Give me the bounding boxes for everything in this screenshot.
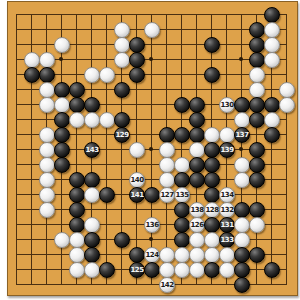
black-stone[interactable] — [264, 262, 280, 278]
white-stone[interactable] — [144, 22, 160, 38]
black-stone[interactable] — [129, 37, 145, 53]
black-stone[interactable] — [54, 82, 70, 98]
black-stone[interactable] — [39, 67, 55, 83]
move-number-label: 136 — [145, 222, 158, 229]
move-number-label: 131 — [220, 222, 233, 229]
move-130-stone[interactable]: 130 — [219, 97, 235, 113]
white-stone[interactable] — [264, 22, 280, 38]
black-stone[interactable] — [249, 52, 265, 68]
move-number-label: 129 — [115, 132, 128, 139]
white-stone[interactable] — [39, 52, 55, 68]
move-140-stone[interactable]: 140 — [129, 172, 145, 188]
white-stone[interactable] — [54, 97, 70, 113]
black-stone[interactable] — [264, 97, 280, 113]
hoshi-point — [149, 57, 153, 61]
white-stone[interactable] — [54, 232, 70, 248]
black-stone[interactable] — [234, 277, 250, 293]
white-stone[interactable] — [39, 82, 55, 98]
white-stone[interactable] — [279, 82, 295, 98]
white-stone[interactable] — [264, 52, 280, 68]
black-stone[interactable] — [249, 142, 265, 158]
black-stone[interactable] — [234, 202, 250, 218]
black-stone[interactable] — [84, 232, 100, 248]
black-stone[interactable] — [69, 172, 85, 188]
white-stone[interactable] — [39, 202, 55, 218]
black-stone[interactable] — [189, 172, 205, 188]
white-stone[interactable] — [24, 52, 40, 68]
white-stone[interactable] — [219, 247, 235, 263]
black-stone[interactable] — [204, 37, 220, 53]
black-stone[interactable] — [174, 172, 190, 188]
white-stone[interactable] — [84, 217, 100, 233]
white-stone[interactable] — [39, 142, 55, 158]
white-stone[interactable] — [114, 52, 130, 68]
white-stone[interactable] — [264, 112, 280, 128]
black-stone[interactable] — [54, 127, 70, 143]
white-stone[interactable] — [264, 37, 280, 53]
black-stone[interactable] — [174, 202, 190, 218]
black-stone[interactable] — [144, 262, 160, 278]
white-stone[interactable] — [189, 142, 205, 158]
hoshi-point — [239, 57, 243, 61]
black-stone[interactable] — [204, 262, 220, 278]
black-stone[interactable] — [204, 172, 220, 188]
move-number-label: 139 — [220, 147, 233, 154]
black-stone[interactable] — [69, 82, 85, 98]
white-stone[interactable] — [279, 97, 295, 113]
white-stone[interactable] — [84, 187, 100, 203]
black-stone[interactable] — [69, 202, 85, 218]
move-134-stone[interactable]: 134 — [219, 187, 235, 203]
black-stone[interactable] — [174, 127, 190, 143]
white-stone[interactable] — [204, 247, 220, 263]
white-stone[interactable] — [174, 262, 190, 278]
black-stone[interactable] — [174, 97, 190, 113]
white-stone[interactable] — [39, 97, 55, 113]
black-stone[interactable] — [114, 232, 130, 248]
move-132-stone[interactable]: 132 — [219, 202, 235, 218]
black-stone[interactable] — [189, 127, 205, 143]
white-stone[interactable] — [39, 172, 55, 188]
white-stone[interactable] — [189, 232, 205, 248]
move-137-stone[interactable]: 137 — [234, 127, 250, 143]
white-stone[interactable] — [234, 232, 250, 248]
black-stone[interactable] — [174, 217, 190, 233]
grid-line-v — [286, 14, 287, 285]
black-stone[interactable] — [159, 127, 175, 143]
black-stone[interactable] — [84, 172, 100, 188]
white-stone[interactable] — [99, 67, 115, 83]
black-stone[interactable] — [249, 37, 265, 53]
black-stone[interactable] — [114, 82, 130, 98]
black-stone[interactable] — [54, 142, 70, 158]
move-139-stone[interactable]: 139 — [219, 142, 235, 158]
white-stone[interactable] — [69, 232, 85, 248]
move-142-stone[interactable]: 142 — [159, 277, 175, 293]
black-stone[interactable] — [54, 112, 70, 128]
white-stone[interactable] — [234, 112, 250, 128]
black-stone[interactable] — [234, 262, 250, 278]
black-stone[interactable] — [129, 52, 145, 68]
black-stone[interactable] — [144, 187, 160, 203]
move-number-label: 132 — [220, 207, 233, 214]
white-stone[interactable] — [39, 127, 55, 143]
move-number-label: 137 — [235, 132, 248, 139]
black-stone[interactable] — [249, 172, 265, 188]
move-number-label: 126 — [190, 222, 203, 229]
white-stone[interactable] — [249, 217, 265, 233]
black-stone[interactable] — [99, 262, 115, 278]
black-stone[interactable] — [249, 202, 265, 218]
white-stone[interactable] — [189, 262, 205, 278]
black-stone[interactable] — [249, 22, 265, 38]
black-stone[interactable] — [249, 247, 265, 263]
white-stone[interactable] — [54, 37, 70, 53]
hoshi-point — [149, 237, 153, 241]
move-number-label: 143 — [85, 147, 98, 154]
white-stone[interactable] — [69, 112, 85, 128]
black-stone[interactable] — [69, 187, 85, 203]
white-stone[interactable] — [159, 142, 175, 158]
black-stone[interactable] — [84, 97, 100, 113]
white-stone[interactable] — [189, 247, 205, 263]
black-stone[interactable] — [249, 97, 265, 113]
go-board[interactable]: 1301291371431391401411271351341381281321… — [7, 1, 298, 296]
black-stone[interactable] — [84, 247, 100, 263]
black-stone[interactable] — [99, 187, 115, 203]
white-stone[interactable] — [234, 157, 250, 173]
white-stone[interactable] — [69, 262, 85, 278]
white-stone[interactable] — [84, 262, 100, 278]
white-stone[interactable] — [174, 247, 190, 263]
move-number-label: 140 — [130, 177, 143, 184]
move-133-stone[interactable]: 133 — [219, 232, 235, 248]
move-number-label: 141 — [130, 192, 143, 199]
move-138-stone[interactable]: 138 — [189, 202, 205, 218]
black-stone[interactable] — [129, 67, 145, 83]
white-stone[interactable] — [39, 187, 55, 203]
white-stone[interactable] — [249, 82, 265, 98]
white-stone[interactable] — [114, 22, 130, 38]
black-stone[interactable] — [264, 7, 280, 23]
white-stone[interactable] — [129, 142, 145, 158]
move-number-label: 130 — [220, 102, 233, 109]
hoshi-point — [59, 57, 63, 61]
move-number-label: 128 — [205, 207, 218, 214]
white-stone[interactable] — [159, 157, 175, 173]
white-stone[interactable] — [159, 247, 175, 263]
black-stone[interactable] — [69, 97, 85, 113]
black-stone[interactable] — [264, 127, 280, 143]
black-stone[interactable] — [54, 157, 70, 173]
move-127-stone[interactable]: 127 — [159, 187, 175, 203]
move-126-stone[interactable]: 126 — [189, 217, 205, 233]
black-stone[interactable] — [129, 247, 145, 263]
black-stone[interactable] — [204, 142, 220, 158]
black-stone[interactable] — [249, 157, 265, 173]
white-stone[interactable] — [84, 67, 100, 83]
move-131-stone[interactable]: 131 — [219, 217, 235, 233]
black-stone[interactable] — [234, 97, 250, 113]
move-125-stone[interactable]: 125 — [129, 262, 145, 278]
black-stone[interactable] — [189, 112, 205, 128]
white-stone[interactable] — [99, 112, 115, 128]
white-stone[interactable] — [204, 127, 220, 143]
white-stone[interactable] — [234, 217, 250, 233]
move-135-stone[interactable]: 135 — [174, 187, 190, 203]
move-number-label: 138 — [190, 207, 203, 214]
move-number-label: 134 — [220, 192, 233, 199]
white-stone[interactable] — [219, 262, 235, 278]
black-stone[interactable] — [189, 157, 205, 173]
white-stone[interactable] — [39, 157, 55, 173]
black-stone[interactable] — [204, 157, 220, 173]
black-stone[interactable] — [69, 217, 85, 233]
screenshot-root: 1301291371431391401411271351341381281321… — [0, 0, 300, 300]
white-stone[interactable] — [69, 247, 85, 263]
move-number-label: 125 — [130, 267, 143, 274]
white-stone[interactable] — [84, 112, 100, 128]
move-124-stone[interactable]: 124 — [144, 247, 160, 263]
white-stone[interactable] — [159, 262, 175, 278]
move-number-label: 124 — [145, 252, 158, 259]
hoshi-point — [149, 147, 153, 151]
move-141-stone[interactable]: 141 — [129, 187, 145, 203]
white-stone[interactable] — [204, 232, 220, 248]
black-stone[interactable] — [249, 112, 265, 128]
move-129-stone[interactable]: 129 — [114, 127, 130, 143]
black-stone[interactable] — [234, 247, 250, 263]
white-stone[interactable] — [174, 157, 190, 173]
move-128-stone[interactable]: 128 — [204, 202, 220, 218]
move-143-stone[interactable]: 143 — [84, 142, 100, 158]
hoshi-point — [239, 147, 243, 151]
black-stone[interactable] — [204, 67, 220, 83]
white-stone[interactable] — [249, 67, 265, 83]
black-stone[interactable] — [204, 187, 220, 203]
black-stone[interactable] — [114, 112, 130, 128]
white-stone[interactable] — [159, 172, 175, 188]
move-number-label: 142 — [160, 282, 173, 289]
white-stone[interactable] — [219, 127, 235, 143]
white-stone[interactable] — [234, 172, 250, 188]
move-number-label: 127 — [160, 192, 173, 199]
black-stone[interactable] — [204, 217, 220, 233]
move-number-label: 135 — [175, 192, 188, 199]
black-stone[interactable] — [24, 67, 40, 83]
white-stone[interactable] — [114, 37, 130, 53]
move-136-stone[interactable]: 136 — [144, 217, 160, 233]
black-stone[interactable] — [189, 97, 205, 113]
move-number-label: 133 — [220, 237, 233, 244]
black-stone[interactable] — [174, 232, 190, 248]
